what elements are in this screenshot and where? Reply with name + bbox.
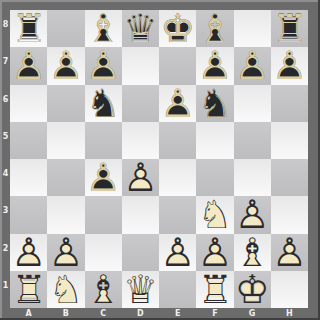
- piece-black-pawn: ♟♙: [159, 85, 196, 122]
- file-labels: ABCDEFGH: [10, 307, 308, 319]
- rank-label-4: 4: [1, 155, 10, 192]
- square-a4[interactable]: [10, 159, 47, 196]
- white-knight-icon: ♘: [196, 196, 233, 233]
- piece-white-pawn: ♟♙: [10, 234, 47, 271]
- file-label-h: H: [271, 307, 308, 319]
- square-f8[interactable]: ♝♗: [196, 10, 233, 47]
- square-g7[interactable]: ♟♙: [234, 47, 271, 84]
- square-g6[interactable]: [234, 85, 271, 122]
- piece-white-pawn: ♟♙: [122, 159, 159, 196]
- piece-black-bishop: ♝♗: [85, 10, 122, 47]
- piece-white-rook: ♜♖: [10, 271, 47, 308]
- piece-white-bishop: ♝♗: [85, 271, 122, 308]
- piece-black-pawn: ♟♙: [47, 47, 84, 84]
- square-d6[interactable]: [122, 85, 159, 122]
- black-pawn-icon: ♙: [47, 47, 84, 84]
- piece-white-knight: ♞♘: [196, 196, 233, 233]
- square-g8[interactable]: [234, 10, 271, 47]
- black-rook-icon: ♖: [10, 10, 47, 47]
- piece-black-pawn: ♟♙: [85, 159, 122, 196]
- black-king-icon: ♔: [159, 10, 196, 47]
- black-knight-icon: ♘: [85, 85, 122, 122]
- square-b4[interactable]: [47, 159, 84, 196]
- piece-black-knight: ♞♘: [196, 85, 233, 122]
- square-f7[interactable]: ♟♙: [196, 47, 233, 84]
- square-e2[interactable]: ♟♙: [159, 234, 196, 271]
- black-queen-icon: ♕: [122, 10, 159, 47]
- white-bishop-icon: ♗: [234, 234, 271, 271]
- square-f5[interactable]: [196, 122, 233, 159]
- square-f6[interactable]: ♞♘: [196, 85, 233, 122]
- square-c8[interactable]: ♝♗: [85, 10, 122, 47]
- square-h3[interactable]: [271, 196, 308, 233]
- rank-label-5: 5: [1, 118, 10, 155]
- white-knight-icon: ♘: [47, 271, 84, 308]
- square-c5[interactable]: [85, 122, 122, 159]
- square-d8[interactable]: ♛♕: [122, 10, 159, 47]
- square-f1[interactable]: ♜♖: [196, 271, 233, 308]
- piece-black-rook: ♜♖: [271, 10, 308, 47]
- piece-white-pawn: ♟♙: [196, 234, 233, 271]
- rank-label-3: 3: [1, 192, 10, 229]
- rank-label-1: 1: [1, 267, 10, 304]
- square-h6[interactable]: [271, 85, 308, 122]
- white-pawn-icon: ♙: [122, 159, 159, 196]
- white-bishop-icon: ♗: [85, 271, 122, 308]
- piece-white-pawn: ♟♙: [159, 234, 196, 271]
- file-label-f: F: [196, 307, 233, 319]
- chess-board: ♜♖♝♗♛♕♚♔♝♗♜♖♟♙♟♙♟♙♟♙♟♙♟♙♞♘♟♙♞♘♟♙♟♙♞♘♟♙♟♙…: [10, 10, 308, 308]
- chess-board-frame: 87654321 ♜♖♝♗♛♕♚♔♝♗♜♖♟♙♟♙♟♙♟♙♟♙♟♙♞♘♟♙♞♘♟…: [0, 0, 320, 320]
- rank-labels: 87654321: [1, 10, 10, 308]
- square-e3[interactable]: [159, 196, 196, 233]
- rank-label-8: 8: [1, 6, 10, 43]
- square-d1[interactable]: ♛♕: [122, 271, 159, 308]
- square-a8[interactable]: ♜♖: [10, 10, 47, 47]
- square-g4[interactable]: [234, 159, 271, 196]
- square-a7[interactable]: ♟♙: [10, 47, 47, 84]
- white-pawn-icon: ♙: [234, 196, 271, 233]
- piece-black-pawn: ♟♙: [85, 47, 122, 84]
- square-b6[interactable]: [47, 85, 84, 122]
- square-g3[interactable]: ♟♙: [234, 196, 271, 233]
- square-b7[interactable]: ♟♙: [47, 47, 84, 84]
- square-e6[interactable]: ♟♙: [159, 85, 196, 122]
- black-pawn-icon: ♙: [10, 47, 47, 84]
- square-f3[interactable]: ♞♘: [196, 196, 233, 233]
- piece-black-pawn: ♟♙: [10, 47, 47, 84]
- piece-black-king: ♚♔: [159, 10, 196, 47]
- rank-label-2: 2: [1, 230, 10, 267]
- square-a6[interactable]: [10, 85, 47, 122]
- piece-white-knight: ♞♘: [47, 271, 84, 308]
- square-a5[interactable]: [10, 122, 47, 159]
- file-label-g: G: [234, 307, 271, 319]
- piece-black-pawn: ♟♙: [271, 47, 308, 84]
- square-c2[interactable]: [85, 234, 122, 271]
- square-b5[interactable]: [47, 122, 84, 159]
- square-e8[interactable]: ♚♔: [159, 10, 196, 47]
- square-f4[interactable]: [196, 159, 233, 196]
- square-c1[interactable]: ♝♗: [85, 271, 122, 308]
- square-c3[interactable]: [85, 196, 122, 233]
- piece-black-queen: ♛♕: [122, 10, 159, 47]
- square-d4[interactable]: ♟♙: [122, 159, 159, 196]
- square-h5[interactable]: [271, 122, 308, 159]
- piece-white-rook: ♜♖: [196, 271, 233, 308]
- piece-white-pawn: ♟♙: [271, 234, 308, 271]
- square-b2[interactable]: ♟♙: [47, 234, 84, 271]
- white-pawn-icon: ♙: [159, 234, 196, 271]
- white-pawn-icon: ♙: [271, 234, 308, 271]
- piece-black-pawn: ♟♙: [196, 47, 233, 84]
- file-label-c: C: [85, 307, 122, 319]
- piece-black-pawn: ♟♙: [234, 47, 271, 84]
- rank-label-6: 6: [1, 81, 10, 118]
- piece-black-knight: ♞♘: [85, 85, 122, 122]
- piece-white-bishop: ♝♗: [234, 234, 271, 271]
- black-bishop-icon: ♗: [85, 10, 122, 47]
- white-pawn-icon: ♙: [196, 234, 233, 271]
- square-h1[interactable]: [271, 271, 308, 308]
- square-b8[interactable]: [47, 10, 84, 47]
- piece-white-pawn: ♟♙: [234, 196, 271, 233]
- square-h4[interactable]: [271, 159, 308, 196]
- square-g5[interactable]: [234, 122, 271, 159]
- white-queen-icon: ♕: [122, 271, 159, 308]
- file-label-e: E: [159, 307, 196, 319]
- square-h7[interactable]: ♟♙: [271, 47, 308, 84]
- white-pawn-icon: ♙: [47, 234, 84, 271]
- square-e7[interactable]: [159, 47, 196, 84]
- white-pawn-icon: ♙: [10, 234, 47, 271]
- square-b3[interactable]: [47, 196, 84, 233]
- black-pawn-icon: ♙: [271, 47, 308, 84]
- black-pawn-icon: ♙: [196, 47, 233, 84]
- black-knight-icon: ♘: [196, 85, 233, 122]
- square-g2[interactable]: ♝♗: [234, 234, 271, 271]
- piece-white-pawn: ♟♙: [47, 234, 84, 271]
- square-c4[interactable]: ♟♙: [85, 159, 122, 196]
- square-e4[interactable]: [159, 159, 196, 196]
- black-rook-icon: ♖: [271, 10, 308, 47]
- piece-white-queen: ♛♕: [122, 271, 159, 308]
- black-bishop-icon: ♗: [196, 10, 233, 47]
- black-pawn-icon: ♙: [85, 47, 122, 84]
- piece-white-king: ♚♔: [234, 271, 271, 308]
- square-d7[interactable]: [122, 47, 159, 84]
- square-g1[interactable]: ♚♔: [234, 271, 271, 308]
- black-pawn-icon: ♙: [159, 85, 196, 122]
- white-king-icon: ♔: [234, 271, 271, 308]
- black-pawn-icon: ♙: [85, 159, 122, 196]
- file-label-d: D: [122, 307, 159, 319]
- square-f2[interactable]: ♟♙: [196, 234, 233, 271]
- square-e1[interactable]: [159, 271, 196, 308]
- square-d2[interactable]: [122, 234, 159, 271]
- piece-black-bishop: ♝♗: [196, 10, 233, 47]
- black-pawn-icon: ♙: [234, 47, 271, 84]
- square-h8[interactable]: ♜♖: [271, 10, 308, 47]
- square-d5[interactable]: [122, 122, 159, 159]
- file-label-a: A: [10, 307, 47, 319]
- square-h2[interactable]: ♟♙: [271, 234, 308, 271]
- file-label-b: B: [47, 307, 84, 319]
- square-a1[interactable]: ♜♖: [10, 271, 47, 308]
- white-rook-icon: ♖: [196, 271, 233, 308]
- piece-black-rook: ♜♖: [10, 10, 47, 47]
- rank-label-7: 7: [1, 43, 10, 80]
- square-a3[interactable]: [10, 196, 47, 233]
- square-c6[interactable]: ♞♘: [85, 85, 122, 122]
- square-b1[interactable]: ♞♘: [47, 271, 84, 308]
- square-e5[interactable]: [159, 122, 196, 159]
- square-a2[interactable]: ♟♙: [10, 234, 47, 271]
- frame-bevel-top: [0, 0, 320, 2]
- square-c7[interactable]: ♟♙: [85, 47, 122, 84]
- square-d3[interactable]: [122, 196, 159, 233]
- white-rook-icon: ♖: [10, 271, 47, 308]
